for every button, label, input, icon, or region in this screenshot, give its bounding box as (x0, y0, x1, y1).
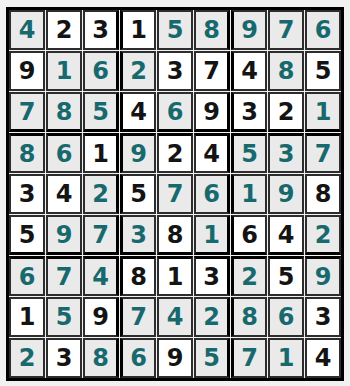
cell-r5c7[interactable]: 1 (231, 174, 267, 214)
cell-r9c3[interactable]: 8 (83, 338, 119, 378)
cell-r2c6[interactable]: 7 (194, 51, 230, 91)
cell-r8c6[interactable]: 2 (194, 297, 230, 337)
cell-r5c4[interactable]: 5 (120, 174, 156, 214)
sudoku-page: 4231589769162374857854693218619245373425… (0, 0, 350, 386)
cell-r7c1[interactable]: 6 (9, 256, 45, 296)
cell-r5c8[interactable]: 9 (268, 174, 304, 214)
cell-r2c4[interactable]: 2 (120, 51, 156, 91)
cell-r6c6[interactable]: 1 (194, 215, 230, 255)
cell-r7c2[interactable]: 7 (46, 256, 82, 296)
cell-r2c2[interactable]: 1 (46, 51, 82, 91)
cell-r5c2[interactable]: 4 (46, 174, 82, 214)
cell-r1c9[interactable]: 6 (305, 10, 341, 50)
sudoku-board: 4231589769162374857854693218619245373425… (6, 7, 344, 381)
cell-r1c4[interactable]: 1 (120, 10, 156, 50)
cell-r6c1[interactable]: 5 (9, 215, 45, 255)
cell-r2c8[interactable]: 8 (268, 51, 304, 91)
cell-r3c3[interactable]: 5 (83, 92, 119, 132)
cell-r3c9[interactable]: 1 (305, 92, 341, 132)
cell-r8c3[interactable]: 9 (83, 297, 119, 337)
cell-r5c3[interactable]: 2 (83, 174, 119, 214)
cell-r9c2[interactable]: 3 (46, 338, 82, 378)
cell-r8c2[interactable]: 5 (46, 297, 82, 337)
cell-r3c1[interactable]: 7 (9, 92, 45, 132)
cell-r5c5[interactable]: 7 (157, 174, 193, 214)
cell-r1c3[interactable]: 3 (83, 10, 119, 50)
cell-r7c9[interactable]: 9 (305, 256, 341, 296)
cell-r7c3[interactable]: 4 (83, 256, 119, 296)
cell-r3c5[interactable]: 6 (157, 92, 193, 132)
cell-r4c1[interactable]: 8 (9, 133, 45, 173)
cell-r5c1[interactable]: 3 (9, 174, 45, 214)
cell-r9c4[interactable]: 6 (120, 338, 156, 378)
cell-r6c3[interactable]: 7 (83, 215, 119, 255)
cell-r1c1[interactable]: 4 (9, 10, 45, 50)
cell-r3c6[interactable]: 9 (194, 92, 230, 132)
cell-r6c9[interactable]: 2 (305, 215, 341, 255)
cell-r6c7[interactable]: 6 (231, 215, 267, 255)
cell-r9c9[interactable]: 4 (305, 338, 341, 378)
cell-r7c8[interactable]: 5 (268, 256, 304, 296)
cell-r8c5[interactable]: 4 (157, 297, 193, 337)
cell-r4c6[interactable]: 4 (194, 133, 230, 173)
cell-r2c1[interactable]: 9 (9, 51, 45, 91)
cell-r3c4[interactable]: 4 (120, 92, 156, 132)
cell-r1c8[interactable]: 7 (268, 10, 304, 50)
cell-r3c8[interactable]: 2 (268, 92, 304, 132)
cell-r4c7[interactable]: 5 (231, 133, 267, 173)
cell-r8c4[interactable]: 7 (120, 297, 156, 337)
cell-r4c4[interactable]: 9 (120, 133, 156, 173)
cell-r5c9[interactable]: 8 (305, 174, 341, 214)
cell-r4c3[interactable]: 1 (83, 133, 119, 173)
cell-r3c7[interactable]: 3 (231, 92, 267, 132)
cell-r5c6[interactable]: 6 (194, 174, 230, 214)
cell-r2c5[interactable]: 3 (157, 51, 193, 91)
cell-r4c2[interactable]: 6 (46, 133, 82, 173)
cell-r7c5[interactable]: 1 (157, 256, 193, 296)
cell-r6c4[interactable]: 3 (120, 215, 156, 255)
cell-r6c8[interactable]: 4 (268, 215, 304, 255)
cell-r2c7[interactable]: 4 (231, 51, 267, 91)
cell-r4c9[interactable]: 7 (305, 133, 341, 173)
cell-r7c4[interactable]: 8 (120, 256, 156, 296)
cell-r4c8[interactable]: 3 (268, 133, 304, 173)
cell-r9c8[interactable]: 1 (268, 338, 304, 378)
cell-r1c5[interactable]: 5 (157, 10, 193, 50)
cell-r4c5[interactable]: 2 (157, 133, 193, 173)
cell-r9c5[interactable]: 9 (157, 338, 193, 378)
cell-r9c1[interactable]: 2 (9, 338, 45, 378)
cell-r7c7[interactable]: 2 (231, 256, 267, 296)
cell-r1c6[interactable]: 8 (194, 10, 230, 50)
cell-r8c1[interactable]: 1 (9, 297, 45, 337)
cell-r6c2[interactable]: 9 (46, 215, 82, 255)
cell-r2c9[interactable]: 5 (305, 51, 341, 91)
cell-r8c9[interactable]: 3 (305, 297, 341, 337)
cell-r8c8[interactable]: 6 (268, 297, 304, 337)
cell-r7c6[interactable]: 3 (194, 256, 230, 296)
cell-r8c7[interactable]: 8 (231, 297, 267, 337)
cell-r2c3[interactable]: 6 (83, 51, 119, 91)
cell-r1c7[interactable]: 9 (231, 10, 267, 50)
cell-r9c7[interactable]: 7 (231, 338, 267, 378)
cell-r1c2[interactable]: 2 (46, 10, 82, 50)
cell-r9c6[interactable]: 5 (194, 338, 230, 378)
cell-r6c5[interactable]: 8 (157, 215, 193, 255)
cell-r3c2[interactable]: 8 (46, 92, 82, 132)
